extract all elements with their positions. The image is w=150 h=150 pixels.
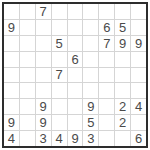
cell-r1c7[interactable] (99, 4, 114, 19)
cell-r9c5[interactable]: 9 (68, 131, 83, 146)
cell-r2c9[interactable] (131, 20, 146, 35)
cell-r2c4[interactable] (52, 20, 67, 35)
cell-r1c4[interactable] (52, 4, 67, 19)
cell-r3c2[interactable] (20, 36, 35, 51)
cell-r1c9[interactable] (131, 4, 146, 19)
cell-r9c4[interactable]: 4 (52, 131, 67, 146)
cell-r1c2[interactable] (20, 4, 35, 19)
cell-r4c3[interactable] (36, 52, 51, 67)
cell-r3c7[interactable]: 7 (99, 36, 114, 51)
cell-r9c1[interactable]: 4 (4, 131, 19, 146)
cell-r5c9[interactable] (131, 68, 146, 83)
cell-r4c4[interactable] (52, 52, 67, 67)
cell-r4c9[interactable] (131, 52, 146, 67)
cell-r6c8[interactable] (115, 83, 130, 98)
cell-r8c6[interactable]: 5 (83, 115, 98, 130)
cell-r7c4[interactable] (52, 99, 67, 114)
cell-r5c3[interactable] (36, 68, 51, 83)
cell-r6c4[interactable] (52, 83, 67, 98)
cell-r7c7[interactable] (99, 99, 114, 114)
cell-r7c2[interactable] (20, 99, 35, 114)
cell-r4c7[interactable] (99, 52, 114, 67)
cell-r3c4[interactable]: 5 (52, 36, 67, 51)
cell-r9c7[interactable] (99, 131, 114, 146)
cell-r3c8[interactable]: 9 (115, 36, 130, 51)
cell-r8c3[interactable]: 9 (36, 115, 51, 130)
cell-r8c4[interactable] (52, 115, 67, 130)
cell-r3c9[interactable]: 9 (131, 36, 146, 51)
cell-r4c1[interactable] (4, 52, 19, 67)
cell-r1c8[interactable] (115, 4, 130, 19)
cell-r9c2[interactable] (20, 131, 35, 146)
cell-r6c2[interactable] (20, 83, 35, 98)
cell-r2c7[interactable]: 6 (99, 20, 114, 35)
cell-r5c8[interactable] (115, 68, 130, 83)
cell-r9c6[interactable]: 3 (83, 131, 98, 146)
cell-r1c1[interactable] (4, 4, 19, 19)
cell-r2c5[interactable] (68, 20, 83, 35)
cell-r5c2[interactable] (20, 68, 35, 83)
cell-r9c3[interactable]: 3 (36, 131, 51, 146)
cell-r3c3[interactable] (36, 36, 51, 51)
cell-r1c6[interactable] (83, 4, 98, 19)
cell-r7c1[interactable] (4, 99, 19, 114)
cell-r3c5[interactable] (68, 36, 83, 51)
cell-r6c9[interactable] (131, 83, 146, 98)
cell-r8c5[interactable] (68, 115, 83, 130)
cell-r5c4[interactable]: 7 (52, 68, 67, 83)
cell-r5c5[interactable] (68, 68, 83, 83)
cell-r9c9[interactable]: 6 (131, 131, 146, 146)
cell-r2c6[interactable] (83, 20, 98, 35)
cell-r4c8[interactable] (115, 52, 130, 67)
sudoku-board: 796557996799249952434936 (2, 2, 148, 148)
cell-r7c5[interactable] (68, 99, 83, 114)
cell-r2c2[interactable] (20, 20, 35, 35)
cell-r4c6[interactable] (83, 52, 98, 67)
cell-r4c2[interactable] (20, 52, 35, 67)
cell-r7c9[interactable]: 4 (131, 99, 146, 114)
cell-r7c3[interactable]: 9 (36, 99, 51, 114)
cell-r7c8[interactable]: 2 (115, 99, 130, 114)
cell-r6c1[interactable] (4, 83, 19, 98)
cell-r8c1[interactable]: 9 (4, 115, 19, 130)
cell-r5c6[interactable] (83, 68, 98, 83)
cell-r6c6[interactable] (83, 83, 98, 98)
cell-r1c5[interactable] (68, 4, 83, 19)
cell-r1c3[interactable]: 7 (36, 4, 51, 19)
cell-r5c1[interactable] (4, 68, 19, 83)
cell-r8c9[interactable] (131, 115, 146, 130)
cell-r4c5[interactable]: 6 (68, 52, 83, 67)
cell-r2c1[interactable]: 9 (4, 20, 19, 35)
cell-r3c1[interactable] (4, 36, 19, 51)
cell-r6c5[interactable] (68, 83, 83, 98)
cell-r8c2[interactable] (20, 115, 35, 130)
cell-r8c8[interactable]: 2 (115, 115, 130, 130)
cell-r6c3[interactable] (36, 83, 51, 98)
cell-r7c6[interactable]: 9 (83, 99, 98, 114)
cell-r9c8[interactable] (115, 131, 130, 146)
cell-r8c7[interactable] (99, 115, 114, 130)
cell-r6c7[interactable] (99, 83, 114, 98)
cell-r2c3[interactable] (36, 20, 51, 35)
cell-r2c8[interactable]: 5 (115, 20, 130, 35)
cell-r3c6[interactable] (83, 36, 98, 51)
cell-r5c7[interactable] (99, 68, 114, 83)
